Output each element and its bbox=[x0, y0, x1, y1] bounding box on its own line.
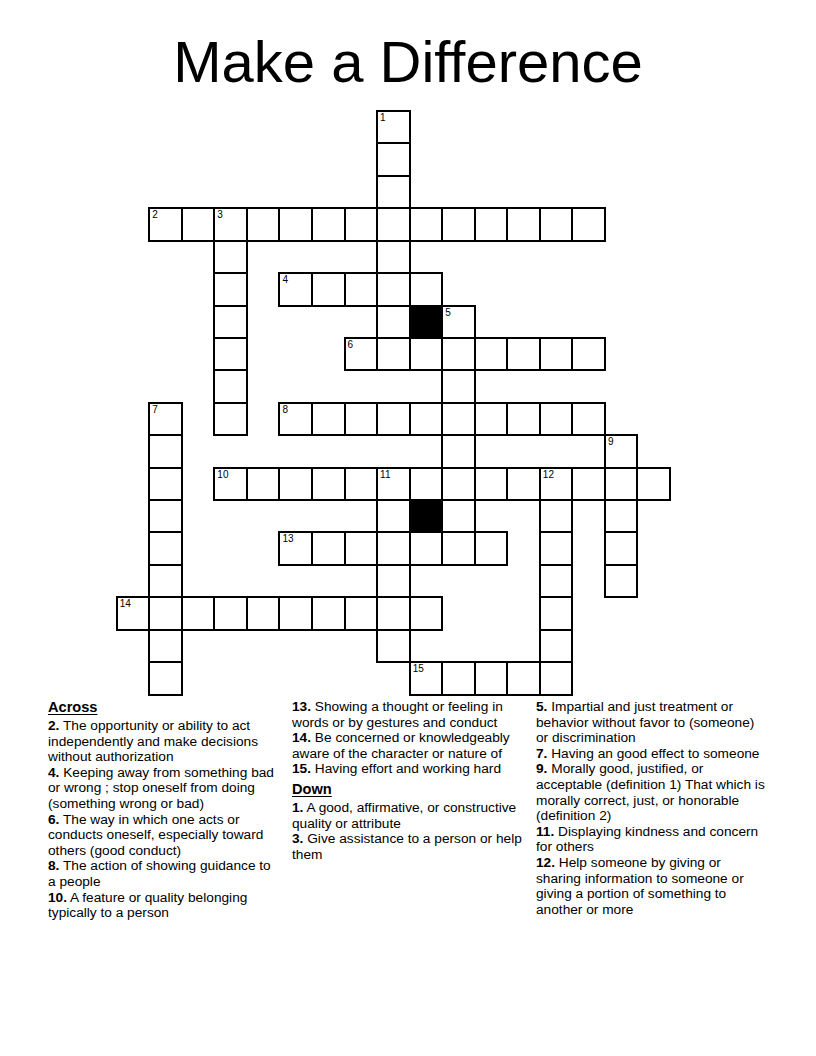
grid-cell[interactable] bbox=[474, 207, 509, 241]
grid-cell[interactable] bbox=[441, 661, 476, 695]
grid-cell[interactable] bbox=[213, 596, 248, 630]
grid-cell[interactable] bbox=[148, 596, 183, 630]
grid-cell[interactable] bbox=[311, 207, 346, 241]
clue-across-14: 14. Be concerned or knowledgeably aware … bbox=[292, 730, 524, 761]
grid-cell[interactable] bbox=[539, 207, 574, 241]
clue-down-7: 7. Having an good effect to someone bbox=[536, 746, 768, 762]
grid-cell[interactable] bbox=[571, 467, 606, 501]
clue-label: 4. bbox=[48, 765, 59, 780]
grid-cell[interactable] bbox=[344, 207, 379, 241]
clue-label: 14. bbox=[292, 730, 311, 745]
grid-cell[interactable] bbox=[474, 337, 509, 371]
grid-cell[interactable] bbox=[409, 596, 444, 630]
clue-label: 8. bbox=[48, 858, 59, 873]
grid-cell[interactable]: 8 bbox=[278, 402, 313, 436]
grid-cell[interactable] bbox=[441, 337, 476, 371]
clue-label: 9. bbox=[536, 761, 547, 776]
grid-cell[interactable]: 14 bbox=[116, 596, 151, 630]
grid-cell[interactable] bbox=[311, 402, 346, 436]
clue-label: 5. bbox=[536, 699, 547, 714]
grid-cell[interactable] bbox=[376, 531, 411, 565]
grid-cell[interactable] bbox=[376, 402, 411, 436]
clue-number: 4 bbox=[282, 274, 288, 285]
crossword-page: Make a Difference 123456789101112131415 … bbox=[0, 0, 816, 1056]
grid-cell[interactable] bbox=[539, 661, 574, 695]
clue-across-2: 2. The opportunity or ability to act ind… bbox=[48, 718, 280, 765]
grid-cell[interactable] bbox=[376, 629, 411, 663]
clue-across-15: 15. Having effort and working hard bbox=[292, 761, 524, 777]
clue-label: 7. bbox=[536, 746, 547, 761]
clue-label: 1. bbox=[292, 800, 303, 815]
grid-cell[interactable]: 13 bbox=[278, 531, 313, 565]
grid-cell[interactable] bbox=[148, 661, 183, 695]
clue-label: 15. bbox=[292, 761, 311, 776]
grid-cell[interactable] bbox=[148, 434, 183, 468]
clue-across-13: 13. Showing a thought or feeling in word… bbox=[292, 699, 524, 730]
grid-cell[interactable] bbox=[571, 402, 606, 436]
clue-number: 14 bbox=[120, 598, 131, 609]
grid-cell[interactable] bbox=[441, 467, 476, 501]
grid-cell[interactable] bbox=[213, 369, 248, 403]
grid-cell[interactable] bbox=[376, 337, 411, 371]
grid-cell[interactable] bbox=[441, 531, 476, 565]
grid-cell[interactable] bbox=[148, 629, 183, 663]
grid-cell[interactable] bbox=[539, 531, 574, 565]
clue-number: 10 bbox=[217, 469, 228, 480]
grid-cell[interactable] bbox=[474, 531, 509, 565]
grid-cell[interactable] bbox=[181, 207, 216, 241]
grid-cell[interactable] bbox=[213, 402, 248, 436]
grid-cell[interactable] bbox=[539, 499, 574, 533]
grid-cell[interactable] bbox=[311, 531, 346, 565]
grid-cell[interactable] bbox=[376, 305, 411, 339]
clue-down-1: 1. A good, affirmative, or constructive … bbox=[292, 800, 524, 831]
clue-number: 13 bbox=[282, 533, 293, 544]
clue-number: 2 bbox=[152, 209, 158, 220]
grid-cell[interactable]: 10 bbox=[213, 467, 248, 501]
grid-cell[interactable] bbox=[148, 564, 183, 598]
clue-across-6: 6. The way in which one acts or conducts… bbox=[48, 812, 280, 859]
clue-label: 10. bbox=[48, 890, 67, 905]
grid-cell[interactable] bbox=[604, 467, 639, 501]
grid-cell[interactable] bbox=[506, 661, 541, 695]
clue-label: 13. bbox=[292, 699, 311, 714]
grid-cell[interactable] bbox=[246, 596, 281, 630]
clue-column-2: 13. Showing a thought or feeling in word… bbox=[292, 699, 524, 921]
grid-cell[interactable] bbox=[409, 467, 444, 501]
clue-number: 11 bbox=[380, 469, 390, 480]
grid-cell[interactable] bbox=[409, 402, 444, 436]
grid-cell[interactable] bbox=[474, 661, 509, 695]
grid-cell[interactable] bbox=[441, 499, 476, 533]
grid-cell[interactable] bbox=[213, 272, 248, 306]
grid-cell[interactable] bbox=[604, 564, 639, 598]
black-cell bbox=[409, 305, 444, 339]
grid-cell[interactable] bbox=[278, 596, 313, 630]
grid-cell[interactable] bbox=[148, 467, 183, 501]
clue-label: 11. bbox=[536, 824, 554, 839]
clue-across-4: 4. Keeping away from something bad or wr… bbox=[48, 765, 280, 812]
down-header: Down bbox=[292, 781, 524, 797]
grid-cell[interactable] bbox=[344, 272, 379, 306]
grid-cell[interactable] bbox=[344, 531, 379, 565]
clue-number: 8 bbox=[282, 404, 288, 415]
grid-cell[interactable]: 2 bbox=[148, 207, 183, 241]
clue-across-8: 8. The action of showing guidance to a p… bbox=[48, 858, 280, 889]
grid-cell[interactable] bbox=[571, 337, 606, 371]
clue-number: 9 bbox=[608, 436, 614, 447]
grid-cell[interactable] bbox=[376, 499, 411, 533]
clue-across-10: 10. A feature or quality belonging typic… bbox=[48, 890, 280, 921]
clue-number: 5 bbox=[445, 307, 451, 318]
grid-cell[interactable] bbox=[539, 402, 574, 436]
grid-cell[interactable]: 5 bbox=[441, 305, 476, 339]
grid-cell[interactable] bbox=[604, 531, 639, 565]
grid-cell[interactable] bbox=[441, 402, 476, 436]
clue-down-5: 5. Impartial and just treatment or behav… bbox=[536, 699, 768, 746]
grid-cell[interactable] bbox=[344, 402, 379, 436]
grid-cell[interactable] bbox=[636, 467, 671, 501]
grid-cell[interactable] bbox=[474, 402, 509, 436]
clue-down-12: 12. Help someone by giving or sharing in… bbox=[536, 855, 768, 917]
grid-cell[interactable] bbox=[311, 272, 346, 306]
grid-cell[interactable]: 3 bbox=[213, 207, 248, 241]
grid-cell[interactable] bbox=[213, 337, 248, 371]
grid-cell[interactable] bbox=[376, 564, 411, 598]
grid-cell[interactable] bbox=[213, 305, 248, 339]
grid-cell[interactable] bbox=[539, 629, 574, 663]
grid-cell[interactable] bbox=[311, 467, 346, 501]
grid-cell[interactable] bbox=[539, 564, 574, 598]
grid-cell[interactable] bbox=[376, 240, 411, 274]
grid-cell[interactable] bbox=[409, 337, 444, 371]
grid-cell[interactable] bbox=[246, 467, 281, 501]
grid-cell[interactable] bbox=[506, 207, 541, 241]
grid-cell[interactable]: 12 bbox=[539, 467, 574, 501]
clue-number: 1 bbox=[380, 112, 386, 123]
clue-number: 7 bbox=[152, 404, 158, 415]
grid-cell[interactable] bbox=[376, 272, 411, 306]
clue-label: 2. bbox=[48, 718, 59, 733]
grid-cell[interactable] bbox=[311, 596, 346, 630]
grid-cell[interactable] bbox=[376, 596, 411, 630]
grid-cell[interactable] bbox=[409, 531, 444, 565]
grid-cell[interactable] bbox=[409, 207, 444, 241]
grid-cell[interactable] bbox=[376, 207, 411, 241]
grid-cell[interactable] bbox=[344, 467, 379, 501]
clue-down-9: 9. Morally good, justified, or acceptabl… bbox=[536, 761, 768, 823]
clue-label: 3. bbox=[292, 831, 303, 846]
clue-down-3: 3. Give assistance to a person or help t… bbox=[292, 831, 524, 862]
grid-cell[interactable] bbox=[278, 467, 313, 501]
grid-cell[interactable] bbox=[148, 531, 183, 565]
grid-cell[interactable]: 7 bbox=[148, 402, 183, 436]
clues-section: Across2. The opportunity or ability to a… bbox=[48, 699, 768, 921]
grid-cell[interactable] bbox=[441, 434, 476, 468]
clue-down-11: 11. Displaying kindness and concern for … bbox=[536, 824, 768, 855]
grid-cell[interactable] bbox=[506, 402, 541, 436]
grid-cell[interactable] bbox=[148, 499, 183, 533]
puzzle-title: Make a Difference bbox=[0, 31, 816, 93]
grid-cell[interactable] bbox=[474, 467, 509, 501]
clue-number: 12 bbox=[543, 469, 554, 480]
grid-cell[interactable] bbox=[539, 337, 574, 371]
clue-number: 3 bbox=[217, 209, 223, 220]
grid-cell[interactable]: 9 bbox=[604, 434, 639, 468]
grid-cell[interactable] bbox=[441, 369, 476, 403]
grid-cell[interactable] bbox=[213, 240, 248, 274]
clue-label: 6. bbox=[48, 812, 59, 827]
grid-cell[interactable] bbox=[344, 596, 379, 630]
grid-cell[interactable] bbox=[376, 142, 411, 176]
grid-cell[interactable]: 15 bbox=[409, 661, 444, 695]
clue-label: 12. bbox=[536, 855, 555, 870]
clue-column-1: Across2. The opportunity or ability to a… bbox=[48, 699, 280, 921]
grid-cell[interactable] bbox=[376, 175, 411, 209]
grid-cell[interactable] bbox=[278, 207, 313, 241]
grid-cell[interactable] bbox=[539, 596, 574, 630]
grid-cell[interactable] bbox=[181, 596, 216, 630]
grid-cell[interactable] bbox=[506, 337, 541, 371]
clue-column-3: 5. Impartial and just treatment or behav… bbox=[536, 699, 768, 921]
grid-cell[interactable]: 1 bbox=[376, 110, 411, 144]
grid-cell[interactable]: 6 bbox=[344, 337, 379, 371]
grid-cell[interactable] bbox=[571, 207, 606, 241]
grid-cell[interactable] bbox=[246, 207, 281, 241]
clue-number: 6 bbox=[348, 339, 354, 350]
grid-cell[interactable]: 11 bbox=[376, 467, 411, 501]
black-cell bbox=[409, 499, 444, 533]
grid-cell[interactable] bbox=[506, 467, 541, 501]
grid-cell[interactable] bbox=[604, 499, 639, 533]
grid-cell[interactable] bbox=[441, 207, 476, 241]
across-header: Across bbox=[48, 699, 280, 715]
grid-cell[interactable] bbox=[409, 272, 444, 306]
grid-cell[interactable]: 4 bbox=[278, 272, 313, 306]
clue-number: 15 bbox=[413, 663, 424, 674]
